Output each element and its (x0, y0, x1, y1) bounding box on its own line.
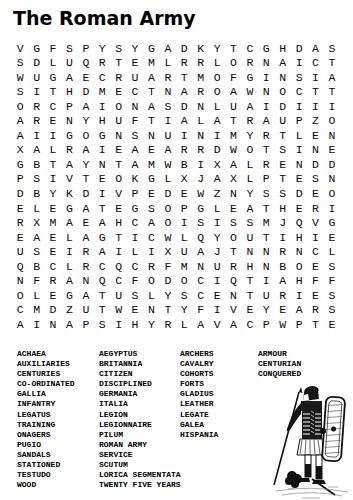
grid-cell[interactable]: P (291, 114, 307, 129)
grid-cell[interactable]: F (324, 274, 340, 289)
grid-cell[interactable]: E (307, 288, 323, 303)
grid-cell[interactable]: E (143, 143, 159, 158)
grid-cell[interactable]: A (61, 70, 77, 85)
grid-cell[interactable]: S (176, 288, 192, 303)
grid-cell[interactable]: S (242, 216, 258, 231)
grid-cell[interactable]: O (160, 216, 176, 231)
grid-cell[interactable]: U (275, 114, 291, 129)
grid-cell[interactable]: C (242, 317, 258, 332)
grid-cell[interactable]: O (176, 274, 192, 289)
grid-cell[interactable]: N (12, 274, 28, 289)
grid-cell[interactable]: N (242, 245, 258, 260)
grid-cell[interactable]: M (28, 303, 44, 318)
grid-cell[interactable]: I (258, 99, 274, 114)
grid-cell[interactable]: N (225, 186, 241, 201)
grid-cell[interactable]: E (110, 143, 126, 158)
grid-cell[interactable]: O (78, 128, 94, 143)
grid-cell[interactable]: A (127, 157, 143, 172)
grid-cell[interactable]: V (61, 172, 77, 187)
grid-cell[interactable]: A (143, 70, 159, 85)
grid-cell[interactable]: U (78, 303, 94, 318)
grid-cell[interactable]: S (28, 245, 44, 260)
grid-cell[interactable]: A (61, 216, 77, 231)
grid-cell[interactable]: Y (160, 288, 176, 303)
grid-cell[interactable]: G (61, 201, 77, 216)
grid-cell[interactable]: G (61, 288, 77, 303)
grid-cell[interactable]: M (258, 216, 274, 231)
grid-cell[interactable]: D (275, 99, 291, 114)
grid-cell[interactable]: R (78, 245, 94, 260)
grid-cell[interactable]: O (143, 274, 159, 289)
grid-cell[interactable]: N (127, 99, 143, 114)
grid-cell[interactable]: O (225, 56, 241, 71)
grid-cell[interactable]: E (307, 186, 323, 201)
grid-cell[interactable]: B (28, 157, 44, 172)
grid-cell[interactable]: S (143, 201, 159, 216)
grid-cell[interactable]: D (176, 99, 192, 114)
grid-cell[interactable]: D (291, 186, 307, 201)
grid-cell[interactable]: U (127, 70, 143, 85)
grid-cell[interactable]: A (160, 143, 176, 158)
grid-cell[interactable]: A (176, 85, 192, 100)
grid-cell[interactable]: O (225, 230, 241, 245)
grid-cell[interactable]: R (28, 114, 44, 129)
grid-cell[interactable]: A (143, 99, 159, 114)
grid-cell[interactable]: H (291, 230, 307, 245)
grid-cell[interactable]: I (94, 99, 110, 114)
grid-cell[interactable]: Y (258, 303, 274, 318)
grid-cell[interactable]: V (225, 303, 241, 318)
grid-cell[interactable]: I (209, 303, 225, 318)
grid-cell[interactable]: U (110, 288, 126, 303)
grid-cell[interactable]: E (307, 128, 323, 143)
grid-cell[interactable]: X (12, 143, 28, 158)
grid-cell[interactable]: N (258, 259, 274, 274)
grid-cell[interactable]: L (143, 288, 159, 303)
grid-cell[interactable]: Q (110, 259, 126, 274)
grid-cell[interactable]: I (176, 216, 192, 231)
grid-cell[interactable]: Y (209, 230, 225, 245)
grid-cell[interactable]: H (127, 317, 143, 332)
grid-cell[interactable]: E (12, 230, 28, 245)
grid-cell[interactable]: N (143, 303, 159, 318)
grid-cell[interactable]: N (192, 128, 208, 143)
grid-cell[interactable]: T (307, 317, 323, 332)
grid-cell[interactable]: R (12, 216, 28, 231)
grid-cell[interactable]: I (143, 245, 159, 260)
grid-cell[interactable]: R (275, 288, 291, 303)
grid-cell[interactable]: C (143, 230, 159, 245)
grid-cell[interactable]: S (275, 186, 291, 201)
grid-cell[interactable]: O (110, 172, 126, 187)
grid-cell[interactable]: A (78, 230, 94, 245)
grid-cell[interactable]: T (225, 41, 241, 56)
grid-cell[interactable]: A (225, 85, 241, 100)
grid-cell[interactable]: A (307, 41, 323, 56)
grid-cell[interactable]: O (291, 259, 307, 274)
grid-cell[interactable]: U (28, 70, 44, 85)
grid-cell[interactable]: D (291, 41, 307, 56)
grid-cell[interactable]: Y (242, 128, 258, 143)
grid-cell[interactable]: L (209, 99, 225, 114)
grid-cell[interactable]: R (258, 157, 274, 172)
grid-cell[interactable]: T (242, 274, 258, 289)
grid-cell[interactable]: C (45, 259, 61, 274)
grid-cell[interactable]: S (12, 85, 28, 100)
grid-cell[interactable]: K (61, 186, 77, 201)
grid-cell[interactable]: N (258, 56, 274, 71)
grid-cell[interactable]: Y (242, 186, 258, 201)
grid-cell[interactable]: A (127, 143, 143, 158)
grid-cell[interactable]: O (110, 99, 126, 114)
grid-cell[interactable]: A (94, 245, 110, 260)
grid-cell[interactable]: A (275, 56, 291, 71)
grid-cell[interactable]: I (291, 56, 307, 71)
grid-cell[interactable]: L (176, 317, 192, 332)
grid-cell[interactable]: E (127, 303, 143, 318)
grid-cell[interactable]: D (209, 143, 225, 158)
grid-cell[interactable]: I (324, 99, 340, 114)
grid-cell[interactable]: G (242, 70, 258, 85)
grid-cell[interactable]: E (242, 303, 258, 318)
grid-cell[interactable]: E (275, 157, 291, 172)
grid-cell[interactable]: S (127, 128, 143, 143)
grid-cell[interactable]: D (324, 157, 340, 172)
grid-cell[interactable]: G (61, 128, 77, 143)
grid-cell[interactable]: G (143, 172, 159, 187)
grid-cell[interactable]: D (28, 56, 44, 71)
grid-cell[interactable]: E (176, 186, 192, 201)
grid-cell[interactable]: I (28, 85, 44, 100)
grid-cell[interactable]: O (242, 143, 258, 158)
grid-cell[interactable]: I (258, 274, 274, 289)
grid-cell[interactable]: C (127, 85, 143, 100)
grid-cell[interactable]: A (12, 128, 28, 143)
grid-cell[interactable]: N (275, 70, 291, 85)
grid-cell[interactable]: E (45, 245, 61, 260)
grid-cell[interactable]: O (209, 85, 225, 100)
grid-cell[interactable]: G (192, 201, 208, 216)
grid-cell[interactable]: A (12, 317, 28, 332)
grid-cell[interactable]: T (176, 70, 192, 85)
grid-cell[interactable]: S (61, 41, 77, 56)
grid-cell[interactable]: N (192, 259, 208, 274)
grid-cell[interactable]: S (324, 288, 340, 303)
grid-cell[interactable]: A (12, 114, 28, 129)
grid-cell[interactable]: H (110, 216, 126, 231)
grid-cell[interactable]: Q (192, 230, 208, 245)
grid-cell[interactable]: T (275, 128, 291, 143)
grid-cell[interactable]: C (307, 56, 323, 71)
grid-cell[interactable]: L (61, 230, 77, 245)
grid-cell[interactable]: E (45, 230, 61, 245)
grid-cell[interactable]: L (209, 201, 225, 216)
grid-cell[interactable]: T (225, 114, 241, 129)
grid-cell[interactable]: E (12, 201, 28, 216)
grid-cell[interactable]: D (78, 186, 94, 201)
grid-cell[interactable]: J (192, 172, 208, 187)
grid-cell[interactable]: R (307, 201, 323, 216)
grid-cell[interactable]: R (192, 56, 208, 71)
grid-cell[interactable]: Z (209, 186, 225, 201)
grid-cell[interactable]: J (275, 216, 291, 231)
grid-cell[interactable]: C (110, 274, 126, 289)
grid-cell[interactable]: H (275, 201, 291, 216)
grid-cell[interactable]: H (275, 41, 291, 56)
grid-cell[interactable]: X (28, 216, 44, 231)
grid-cell[interactable]: M (143, 157, 159, 172)
grid-cell[interactable]: V (307, 216, 323, 231)
grid-cell[interactable]: R (225, 259, 241, 274)
grid-cell[interactable]: P (176, 201, 192, 216)
grid-cell[interactable]: N (94, 157, 110, 172)
grid-cell[interactable]: S (225, 216, 241, 231)
grid-cell[interactable]: A (209, 172, 225, 187)
grid-cell[interactable]: A (28, 230, 44, 245)
grid-cell[interactable]: P (127, 186, 143, 201)
grid-cell[interactable]: E (324, 317, 340, 332)
grid-cell[interactable]: I (45, 172, 61, 187)
grid-cell[interactable]: E (291, 201, 307, 216)
grid-cell[interactable]: N (258, 245, 274, 260)
grid-cell[interactable]: I (45, 128, 61, 143)
grid-cell[interactable]: P (61, 99, 77, 114)
grid-cell[interactable]: L (160, 172, 176, 187)
grid-cell[interactable]: C (291, 85, 307, 100)
grid-cell[interactable]: I (28, 128, 44, 143)
grid-cell[interactable]: A (242, 99, 258, 114)
grid-cell[interactable]: A (242, 201, 258, 216)
grid-cell[interactable]: M (225, 128, 241, 143)
grid-cell[interactable]: I (94, 186, 110, 201)
grid-cell[interactable]: R (176, 143, 192, 158)
grid-cell[interactable]: S (127, 288, 143, 303)
grid-cell[interactable]: E (78, 70, 94, 85)
grid-cell[interactable]: W (12, 70, 28, 85)
grid-cell[interactable]: I (160, 114, 176, 129)
grid-cell[interactable]: S (324, 41, 340, 56)
grid-cell[interactable]: A (275, 274, 291, 289)
grid-cell[interactable]: R (160, 317, 176, 332)
grid-cell[interactable]: B (176, 157, 192, 172)
grid-cell[interactable]: L (45, 143, 61, 158)
grid-cell[interactable]: U (258, 288, 274, 303)
grid-cell[interactable]: I (94, 143, 110, 158)
grid-cell[interactable]: Y (176, 303, 192, 318)
grid-cell[interactable]: E (143, 186, 159, 201)
grid-cell[interactable]: Q (78, 56, 94, 71)
grid-cell[interactable]: T (94, 303, 110, 318)
grid-cell[interactable]: D (176, 41, 192, 56)
grid-cell[interactable]: G (143, 41, 159, 56)
grid-cell[interactable]: W (160, 230, 176, 245)
grid-cell[interactable]: I (291, 143, 307, 158)
grid-cell[interactable]: M (143, 56, 159, 71)
grid-cell[interactable]: F (192, 303, 208, 318)
grid-cell[interactable]: I (275, 230, 291, 245)
grid-cell[interactable]: A (192, 245, 208, 260)
grid-cell[interactable]: F (307, 274, 323, 289)
grid-cell[interactable]: L (242, 157, 258, 172)
grid-cell[interactable]: I (61, 245, 77, 260)
grid-cell[interactable]: S (258, 186, 274, 201)
grid-cell[interactable]: E (324, 230, 340, 245)
grid-cell[interactable]: F (28, 274, 44, 289)
grid-cell[interactable]: G (324, 216, 340, 231)
grid-cell[interactable]: T (45, 85, 61, 100)
grid-cell[interactable]: I (192, 157, 208, 172)
grid-cell[interactable]: S (307, 172, 323, 187)
grid-cell[interactable]: C (192, 274, 208, 289)
grid-cell[interactable]: A (291, 303, 307, 318)
grid-cell[interactable]: O (209, 70, 225, 85)
grid-cell[interactable]: E (94, 172, 110, 187)
grid-cell[interactable]: T (45, 157, 61, 172)
grid-cell[interactable]: W (225, 143, 241, 158)
grid-cell[interactable]: E (45, 288, 61, 303)
grid-cell[interactable]: L (291, 128, 307, 143)
grid-cell[interactable]: A (78, 288, 94, 303)
grid-cell[interactable]: I (28, 317, 44, 332)
grid-cell[interactable]: T (94, 288, 110, 303)
grid-cell[interactable]: S (94, 317, 110, 332)
grid-cell[interactable]: I (209, 128, 225, 143)
grid-cell[interactable]: E (45, 201, 61, 216)
grid-cell[interactable]: A (94, 216, 110, 231)
grid-cell[interactable]: E (78, 216, 94, 231)
grid-cell[interactable]: D (12, 186, 28, 201)
grid-cell[interactable]: R (242, 114, 258, 129)
grid-cell[interactable]: I (110, 317, 126, 332)
grid-cell[interactable]: N (61, 114, 77, 129)
grid-cell[interactable]: T (110, 230, 126, 245)
grid-cell[interactable]: N (291, 245, 307, 260)
grid-cell[interactable]: T (258, 201, 274, 216)
grid-cell[interactable]: I (324, 201, 340, 216)
grid-cell[interactable]: K (127, 172, 143, 187)
grid-cell[interactable]: T (94, 201, 110, 216)
grid-cell[interactable]: P (78, 41, 94, 56)
grid-cell[interactable]: V (12, 41, 28, 56)
grid-cell[interactable]: A (61, 157, 77, 172)
grid-cell[interactable]: U (61, 56, 77, 71)
grid-cell[interactable]: L (192, 114, 208, 129)
grid-cell[interactable]: L (176, 230, 192, 245)
grid-cell[interactable]: A (192, 317, 208, 332)
grid-cell[interactable]: Y (78, 157, 94, 172)
grid-cell[interactable]: Q (225, 274, 241, 289)
grid-cell[interactable]: Z (307, 114, 323, 129)
grid-cell[interactable]: J (209, 245, 225, 260)
grid-cell[interactable]: F (127, 114, 143, 129)
grid-cell[interactable]: I (127, 230, 143, 245)
grid-cell[interactable]: P (291, 317, 307, 332)
grid-cell[interactable]: U (160, 128, 176, 143)
grid-cell[interactable]: S (291, 70, 307, 85)
grid-cell[interactable]: T (78, 172, 94, 187)
grid-cell[interactable]: O (324, 114, 340, 129)
grid-cell[interactable]: U (225, 99, 241, 114)
grid-cell[interactable]: R (78, 259, 94, 274)
grid-cell[interactable]: L (324, 245, 340, 260)
grid-cell[interactable]: X (176, 172, 192, 187)
grid-cell[interactable]: A (28, 143, 44, 158)
grid-cell[interactable]: F (160, 259, 176, 274)
grid-cell[interactable]: T (143, 85, 159, 100)
grid-cell[interactable]: E (110, 85, 126, 100)
grid-cell[interactable]: K (192, 41, 208, 56)
grid-cell[interactable]: C (45, 99, 61, 114)
grid-cell[interactable]: R (275, 245, 291, 260)
grid-cell[interactable]: C (12, 303, 28, 318)
grid-cell[interactable]: L (209, 56, 225, 71)
grid-cell[interactable]: C (307, 245, 323, 260)
grid-cell[interactable]: E (324, 143, 340, 158)
grid-cell[interactable]: R (28, 99, 44, 114)
grid-cell[interactable]: O (160, 201, 176, 216)
grid-cell[interactable]: L (28, 288, 44, 303)
grid-cell[interactable]: Y (143, 317, 159, 332)
grid-cell[interactable]: I (307, 70, 323, 85)
grid-cell[interactable]: O (275, 85, 291, 100)
grid-cell[interactable]: P (258, 317, 274, 332)
grid-cell[interactable]: N (45, 317, 61, 332)
grid-cell[interactable]: R (160, 70, 176, 85)
grid-cell[interactable]: T (324, 56, 340, 71)
grid-cell[interactable]: S (192, 216, 208, 231)
grid-cell[interactable]: R (192, 85, 208, 100)
grid-cell[interactable]: A (78, 201, 94, 216)
grid-cell[interactable]: T (324, 85, 340, 100)
grid-cell[interactable]: A (176, 114, 192, 129)
grid-cell[interactable]: G (127, 201, 143, 216)
grid-cell[interactable]: A (78, 99, 94, 114)
grid-cell[interactable]: U (209, 259, 225, 274)
grid-cell[interactable]: H (94, 114, 110, 129)
grid-cell[interactable]: T (275, 172, 291, 187)
grid-cell[interactable]: R (176, 56, 192, 71)
grid-cell[interactable]: Q (94, 274, 110, 289)
grid-cell[interactable]: T (225, 245, 241, 260)
grid-cell[interactable]: I (209, 216, 225, 231)
grid-cell[interactable]: M (94, 85, 110, 100)
grid-cell[interactable]: W (110, 303, 126, 318)
grid-cell[interactable]: S (160, 99, 176, 114)
grid-cell[interactable]: A (225, 157, 241, 172)
grid-cell[interactable]: A (324, 70, 340, 85)
grid-cell[interactable]: L (45, 56, 61, 71)
grid-cell[interactable]: N (258, 85, 274, 100)
grid-cell[interactable]: U (12, 245, 28, 260)
grid-cell[interactable]: W (275, 317, 291, 332)
grid-cell[interactable]: I (209, 274, 225, 289)
grid-cell[interactable]: I (176, 128, 192, 143)
grid-cell[interactable]: I (110, 245, 126, 260)
grid-cell[interactable]: S (324, 303, 340, 318)
grid-cell[interactable]: L (127, 245, 143, 260)
grid-cell[interactable]: R (61, 143, 77, 158)
grid-cell[interactable]: B (275, 259, 291, 274)
grid-cell[interactable]: C (127, 259, 143, 274)
grid-cell[interactable]: N (160, 85, 176, 100)
grid-cell[interactable]: E (291, 172, 307, 187)
grid-cell[interactable]: A (258, 114, 274, 129)
grid-cell[interactable]: Y (94, 41, 110, 56)
grid-cell[interactable]: D (307, 157, 323, 172)
grid-cell[interactable]: P (12, 172, 28, 187)
grid-cell[interactable]: C (94, 259, 110, 274)
grid-cell[interactable]: T (143, 114, 159, 129)
